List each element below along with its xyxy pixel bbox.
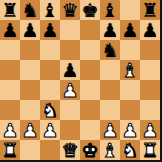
black-pawn[interactable]: ♟ [41, 20, 58, 40]
white-pawn[interactable]: ♟ [61, 80, 78, 100]
square-d7[interactable] [60, 20, 80, 40]
square-h8[interactable]: ♜ [140, 0, 160, 20]
white-knight[interactable]: ♞ [41, 100, 58, 120]
square-e5[interactable] [80, 60, 100, 80]
square-b6[interactable] [20, 40, 40, 60]
black-knight[interactable]: ♞ [101, 40, 118, 60]
square-h3[interactable] [140, 100, 160, 120]
black-rook[interactable]: ♜ [141, 0, 158, 20]
square-a4[interactable] [0, 80, 20, 100]
square-d3[interactable] [60, 100, 80, 120]
square-a7[interactable]: ♟ [0, 20, 20, 40]
square-c5[interactable] [40, 60, 60, 80]
square-b8[interactable]: ♞ [20, 0, 40, 20]
square-b3[interactable] [20, 100, 40, 120]
square-c1[interactable] [40, 140, 60, 160]
square-c7[interactable]: ♟ [40, 20, 60, 40]
square-g5[interactable]: ♝ [120, 60, 140, 80]
white-pawn[interactable]: ♟ [1, 120, 18, 140]
square-f2[interactable]: ♟ [100, 120, 120, 140]
black-pawn[interactable]: ♟ [121, 20, 138, 40]
square-h1[interactable]: ♜ [140, 140, 160, 160]
square-h7[interactable]: ♟ [140, 20, 160, 40]
square-h2[interactable]: ♟ [140, 120, 160, 140]
square-g3[interactable] [120, 100, 140, 120]
square-g4[interactable] [120, 80, 140, 100]
square-h5[interactable] [140, 60, 160, 80]
square-b4[interactable] [20, 80, 40, 100]
square-b7[interactable]: ♟ [20, 20, 40, 40]
square-a2[interactable]: ♟ [0, 120, 20, 140]
square-g1[interactable]: ♞ [120, 140, 140, 160]
square-a1[interactable]: ♜ [0, 140, 20, 160]
square-c3[interactable]: ♞ [40, 100, 60, 120]
white-bishop[interactable]: ♝ [101, 140, 118, 160]
square-a8[interactable]: ♜ [0, 0, 20, 20]
square-e4[interactable] [80, 80, 100, 100]
black-pawn[interactable]: ♟ [61, 60, 78, 80]
white-king[interactable]: ♚ [81, 140, 98, 160]
white-pawn[interactable]: ♟ [21, 120, 38, 140]
white-pawn[interactable]: ♟ [121, 120, 138, 140]
square-a5[interactable] [0, 60, 20, 80]
square-g2[interactable]: ♟ [120, 120, 140, 140]
square-f3[interactable] [100, 100, 120, 120]
black-rook[interactable]: ♜ [1, 0, 18, 20]
square-f4[interactable] [100, 80, 120, 100]
square-g6[interactable] [120, 40, 140, 60]
square-c4[interactable] [40, 80, 60, 100]
square-h6[interactable] [140, 40, 160, 60]
chess-board-frame: ♜♞♝♛♚♝♜♟♟♟♟♟♟♞♟♝♟♞♟♟♟♟♟♟♜♛♚♝♞♜ [0, 0, 162, 162]
black-pawn[interactable]: ♟ [1, 20, 18, 40]
square-h4[interactable] [140, 80, 160, 100]
black-bishop[interactable]: ♝ [101, 0, 118, 20]
square-c2[interactable]: ♟ [40, 120, 60, 140]
square-c8[interactable]: ♝ [40, 0, 60, 20]
square-g7[interactable]: ♟ [120, 20, 140, 40]
square-d4[interactable]: ♟ [60, 80, 80, 100]
square-d6[interactable] [60, 40, 80, 60]
white-pawn[interactable]: ♟ [41, 120, 58, 140]
square-d1[interactable]: ♛ [60, 140, 80, 160]
white-knight[interactable]: ♞ [121, 140, 138, 160]
black-pawn[interactable]: ♟ [101, 20, 118, 40]
black-knight[interactable]: ♞ [21, 0, 38, 20]
square-e2[interactable] [80, 120, 100, 140]
white-pawn[interactable]: ♟ [101, 120, 118, 140]
square-e3[interactable] [80, 100, 100, 120]
black-bishop[interactable]: ♝ [41, 0, 58, 20]
square-a3[interactable] [0, 100, 20, 120]
square-b5[interactable] [20, 60, 40, 80]
black-queen[interactable]: ♛ [61, 0, 78, 20]
square-f1[interactable]: ♝ [100, 140, 120, 160]
white-queen[interactable]: ♛ [61, 140, 78, 160]
square-b1[interactable] [20, 140, 40, 160]
black-king[interactable]: ♚ [81, 0, 98, 20]
square-e8[interactable]: ♚ [80, 0, 100, 20]
square-e1[interactable]: ♚ [80, 140, 100, 160]
square-f6[interactable]: ♞ [100, 40, 120, 60]
square-d2[interactable] [60, 120, 80, 140]
white-rook[interactable]: ♜ [141, 140, 158, 160]
square-g8[interactable] [120, 0, 140, 20]
black-pawn[interactable]: ♟ [141, 20, 158, 40]
chess-board: ♜♞♝♛♚♝♜♟♟♟♟♟♟♞♟♝♟♞♟♟♟♟♟♟♜♛♚♝♞♜ [0, 0, 160, 160]
square-c6[interactable] [40, 40, 60, 60]
black-pawn[interactable]: ♟ [21, 20, 38, 40]
white-bishop[interactable]: ♝ [121, 60, 138, 80]
square-f5[interactable] [100, 60, 120, 80]
square-f8[interactable]: ♝ [100, 0, 120, 20]
square-f7[interactable]: ♟ [100, 20, 120, 40]
white-rook[interactable]: ♜ [1, 140, 18, 160]
white-pawn[interactable]: ♟ [141, 120, 158, 140]
square-e6[interactable] [80, 40, 100, 60]
square-e7[interactable] [80, 20, 100, 40]
square-a6[interactable] [0, 40, 20, 60]
square-b2[interactable]: ♟ [20, 120, 40, 140]
square-d5[interactable]: ♟ [60, 60, 80, 80]
square-d8[interactable]: ♛ [60, 0, 80, 20]
